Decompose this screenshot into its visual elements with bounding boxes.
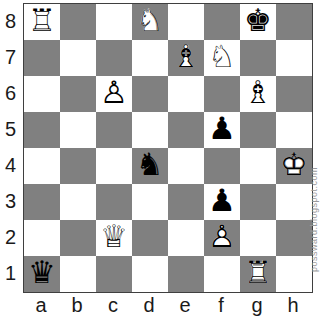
square-h3 [276,184,312,220]
black-king-piece: ♚ [240,4,276,40]
white-king-piece: ♚♔ [276,148,312,184]
white-rook-piece: ♜♖ [24,4,60,40]
square-f6 [204,76,240,112]
black-queen-piece: ♛ [24,256,60,292]
square-f4 [204,148,240,184]
square-c8 [96,4,132,40]
rank-label-8: 8 [0,3,21,39]
square-d5 [132,112,168,148]
square-b6 [60,76,96,112]
rank-label-7: 7 [0,39,21,75]
square-h4: ♚♔ [276,148,312,184]
square-d6 [132,76,168,112]
square-h1 [276,256,312,292]
square-a4 [24,148,60,184]
file-label-c: c [95,292,131,318]
white-bishop-piece: ♝♗ [168,40,204,76]
file-label-e: e [167,292,203,318]
square-b3 [60,184,96,220]
square-b1 [60,256,96,292]
square-g7 [240,40,276,76]
file-label-f: f [203,292,239,318]
rank-label-4: 4 [0,147,21,183]
square-b7 [60,40,96,76]
square-e5 [168,112,204,148]
square-c6: ♟♙ [96,76,132,112]
square-e7: ♝♗ [168,40,204,76]
square-g1: ♜♖ [240,256,276,292]
file-label-h: h [275,292,311,318]
square-f2: ♟♙ [204,220,240,256]
square-h5 [276,112,312,148]
square-a3 [24,184,60,220]
square-h7 [276,40,312,76]
white-knight-piece: ♞♘ [132,4,168,40]
square-c5 [96,112,132,148]
white-knight-piece: ♞♘ [204,40,240,76]
file-label-d: d [131,292,167,318]
square-c3 [96,184,132,220]
square-g4 [240,148,276,184]
square-d7 [132,40,168,76]
square-b5 [60,112,96,148]
square-d8: ♞♘ [132,4,168,40]
file-label-a: a [23,292,59,318]
square-a7 [24,40,60,76]
black-pawn-piece: ♟ [204,184,240,220]
white-queen-piece: ♛♕ [96,220,132,256]
rank-label-1: 1 [0,255,21,291]
square-d2 [132,220,168,256]
square-f1 [204,256,240,292]
square-a1: ♛ [24,256,60,292]
white-rook-piece: ♜♖ [240,256,276,292]
square-f7: ♞♘ [204,40,240,76]
square-g5 [240,112,276,148]
square-g2 [240,220,276,256]
square-b8 [60,4,96,40]
file-label-b: b [59,292,95,318]
chess-board: ♜♖♞♘♚♝♗♞♘♟♙♝♗♟♞♚♔♟♛♕♟♙♛♜♖ [23,3,313,293]
square-f5: ♟ [204,112,240,148]
square-h6 [276,76,312,112]
white-pawn-piece: ♟♙ [204,220,240,256]
watermark-text: possward.blogspot.com [309,167,319,272]
file-label-g: g [239,292,275,318]
square-c7 [96,40,132,76]
rank-label-3: 3 [0,183,21,219]
square-e3 [168,184,204,220]
square-c4 [96,148,132,184]
square-h8 [276,4,312,40]
square-g3 [240,184,276,220]
rank-label-2: 2 [0,219,21,255]
rank-label-5: 5 [0,111,21,147]
rank-label-6: 6 [0,75,21,111]
square-d1 [132,256,168,292]
chess-diagram: ♜♖♞♘♚♝♗♞♘♟♙♝♗♟♞♚♔♟♛♕♟♙♛♜♖ 87654321 abcde… [0,0,320,318]
black-pawn-piece: ♟ [204,112,240,148]
square-h2 [276,220,312,256]
square-e2 [168,220,204,256]
square-c2: ♛♕ [96,220,132,256]
square-e1 [168,256,204,292]
square-g8: ♚ [240,4,276,40]
square-e8 [168,4,204,40]
square-e4 [168,148,204,184]
square-a2 [24,220,60,256]
square-d3 [132,184,168,220]
square-d4: ♞ [132,148,168,184]
square-b2 [60,220,96,256]
square-g6: ♝♗ [240,76,276,112]
square-c1 [96,256,132,292]
white-bishop-piece: ♝♗ [240,76,276,112]
white-pawn-piece: ♟♙ [96,76,132,112]
black-knight-piece: ♞ [132,148,168,184]
square-e6 [168,76,204,112]
square-b4 [60,148,96,184]
square-a8: ♜♖ [24,4,60,40]
square-a6 [24,76,60,112]
square-f8 [204,4,240,40]
square-a5 [24,112,60,148]
square-f3: ♟ [204,184,240,220]
